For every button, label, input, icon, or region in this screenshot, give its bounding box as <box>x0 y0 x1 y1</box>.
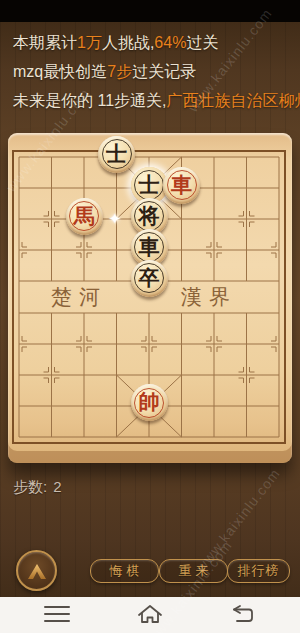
app-screen: 本期累计1万人挑战,64%过关 mzq最快创造7步过关记录 未来是你的 11步通… <box>0 0 300 633</box>
piece-red-horse[interactable]: 馬 <box>66 198 103 235</box>
ticker-line: 未来是你的 11步通关,广西壮族自治区柳州市 <box>13 86 300 115</box>
move-counter-value: 2 <box>53 478 61 495</box>
challenge-info: 本期累计1万人挑战,64%过关 mzq最快创造7步过关记录 未来是你的 11步通… <box>13 28 300 115</box>
piece-black-advisor[interactable]: 士 <box>98 136 135 173</box>
back-icon[interactable] <box>230 603 256 627</box>
home-icon[interactable] <box>137 603 163 627</box>
challenge-stats-line: 本期累计1万人挑战,64%过关 <box>13 28 300 57</box>
record-line: mzq最快创造7步过关记录 <box>13 57 300 86</box>
android-nav-bar <box>0 597 300 633</box>
move-counter-label: 步数: <box>13 478 47 495</box>
piece-black-soldier[interactable]: 卒 <box>131 260 168 297</box>
river-label-right: 漢界 <box>181 285 237 309</box>
menu-icon[interactable] <box>44 606 70 622</box>
piece-red-chariot[interactable]: 車 <box>163 167 200 204</box>
undo-button[interactable]: 悔棋 <box>90 559 159 583</box>
leaderboard-button[interactable]: 排行榜 <box>227 559 290 583</box>
river-label-left: 楚河 <box>51 285 107 309</box>
piece-red-general[interactable]: 帥 <box>131 384 168 421</box>
scroll-top-button[interactable] <box>16 550 57 591</box>
move-counter: 步数:2 <box>13 478 62 497</box>
move-sparkle-marker: ✦ <box>109 210 122 228</box>
status-bar <box>0 0 300 22</box>
chevron-up-icon <box>24 559 50 583</box>
xiangqi-board[interactable]: 楚河 漢界 士士車馬将車卒帥✦ <box>8 133 292 463</box>
restart-button[interactable]: 重来 <box>159 559 228 583</box>
